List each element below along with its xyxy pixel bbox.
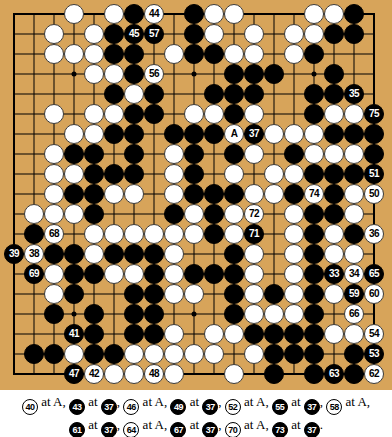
star-point: [72, 312, 77, 317]
black-stone: 59: [344, 284, 364, 304]
go-board: 444557563575A375174507268713639386933346…: [0, 0, 392, 390]
white-stone: [164, 44, 184, 64]
caption-text: .: [320, 417, 323, 432]
black-stone: [304, 344, 324, 364]
caption-text: at: [38, 394, 53, 409]
white-stone: [124, 344, 144, 364]
black-stone: [104, 164, 124, 184]
white-stone: [204, 344, 224, 364]
move-number-label: 69: [29, 269, 39, 279]
black-stone: [64, 244, 84, 264]
move-number-label: 39: [9, 249, 19, 259]
white-stone: [104, 4, 124, 24]
white-stone: [84, 224, 104, 244]
black-stone: [84, 324, 104, 344]
white-stone: [304, 144, 324, 164]
black-stone: [344, 164, 364, 184]
black-stone: [224, 284, 244, 304]
white-stone: [164, 264, 184, 284]
black-stone: [344, 124, 364, 144]
move-number-label: 65: [369, 269, 379, 279]
black-stone: 45: [124, 24, 144, 44]
move-number-label: 34: [349, 269, 359, 279]
black-stone: [204, 124, 224, 144]
black-stone: [84, 184, 104, 204]
move-number-label: 51: [369, 169, 379, 179]
black-stone: [204, 44, 224, 64]
black-stone: [104, 344, 124, 364]
caption-stone-icon: 61: [69, 422, 85, 437]
white-stone: [264, 304, 284, 324]
white-stone: [104, 224, 124, 244]
black-stone: [124, 4, 144, 24]
move-number-label: A: [231, 129, 238, 139]
white-stone: [184, 344, 204, 364]
white-stone: [244, 184, 264, 204]
black-stone: [104, 44, 124, 64]
black-stone: [304, 104, 324, 124]
black-stone: [104, 84, 124, 104]
white-stone: [104, 104, 124, 124]
black-stone: [264, 344, 284, 364]
white-stone: [344, 324, 364, 344]
move-number-label: 59: [349, 289, 359, 299]
black-stone: [44, 244, 64, 264]
black-stone: [84, 164, 104, 184]
caption-stone-icon: 64: [123, 422, 139, 437]
caption-text: ,: [367, 394, 370, 409]
move-number-label: 72: [249, 209, 259, 219]
black-stone: [24, 224, 44, 244]
star-point: [192, 72, 197, 77]
black-stone: [304, 164, 324, 184]
white-stone: [284, 164, 304, 184]
white-stone: [164, 144, 184, 164]
black-stone: [144, 84, 164, 104]
white-stone: 60: [364, 284, 384, 304]
white-stone: [324, 224, 344, 244]
white-stone: [224, 224, 244, 244]
white-stone: [164, 164, 184, 184]
white-stone: [284, 124, 304, 144]
white-stone: [304, 4, 324, 24]
black-stone: [324, 184, 344, 204]
white-stone: [44, 104, 64, 124]
black-stone: [344, 4, 364, 24]
move-number-label: 60: [369, 289, 379, 299]
go-diagram: 444557563575A375174507268713639386933346…: [0, 0, 392, 437]
black-stone: [224, 184, 244, 204]
black-stone: [144, 104, 164, 124]
black-stone: 65: [364, 264, 384, 284]
white-stone: [44, 284, 64, 304]
black-stone: [264, 324, 284, 344]
white-stone: [184, 204, 204, 224]
black-stone: 53: [364, 344, 384, 364]
caption-text: ,: [218, 417, 225, 432]
move-number-label: 44: [149, 9, 159, 19]
move-number-label: 41: [69, 329, 79, 339]
black-stone: [184, 124, 204, 144]
black-stone: [164, 204, 184, 224]
black-stone: [104, 24, 124, 44]
caption-text: at: [241, 394, 256, 409]
caption-text: ,: [218, 394, 225, 409]
white-stone: [224, 364, 244, 384]
black-stone: [124, 104, 144, 124]
white-stone: [284, 284, 304, 304]
white-stone: [124, 224, 144, 244]
white-stone: [284, 304, 304, 324]
move-number-label: 68: [49, 229, 59, 239]
move-number-label: 53: [369, 349, 379, 359]
black-stone: [124, 324, 144, 344]
white-stone: [284, 204, 304, 224]
white-stone: [124, 184, 144, 204]
black-stone: [304, 284, 324, 304]
white-stone: A: [224, 124, 244, 144]
white-stone: [84, 24, 104, 44]
black-stone: [204, 224, 224, 244]
caption-text: at: [288, 417, 304, 432]
caption-stone-icon: 37: [202, 422, 218, 437]
black-stone: [304, 204, 324, 224]
white-stone: [244, 144, 264, 164]
black-stone: [184, 44, 204, 64]
black-stone: [224, 104, 244, 124]
white-stone: [224, 204, 244, 224]
caption-stone-icon: 73: [272, 422, 288, 437]
caption-text: at: [85, 394, 101, 409]
caption-stone-icon: 70: [225, 422, 241, 437]
black-stone: [364, 124, 384, 144]
caption-line-2: 61 at 37, 64 at A, 67 at 37, 70 at A, 73…: [0, 413, 392, 436]
black-stone: [224, 64, 244, 84]
black-stone: [324, 64, 344, 84]
black-stone: [304, 364, 324, 384]
white-stone: [264, 164, 284, 184]
caption-text: at: [85, 417, 101, 432]
black-stone: [204, 264, 224, 284]
caption-text: at: [186, 394, 202, 409]
white-stone: [124, 84, 144, 104]
black-stone: [184, 264, 204, 284]
white-stone: [164, 324, 184, 344]
black-stone: [184, 184, 204, 204]
white-stone: 38: [24, 244, 44, 264]
caption-stone-icon: 37: [101, 422, 117, 437]
white-stone: 36: [364, 224, 384, 244]
black-stone: [244, 84, 264, 104]
caption-text: at: [342, 394, 357, 409]
white-stone: 72: [244, 204, 264, 224]
white-stone: [44, 164, 64, 184]
white-stone: [244, 304, 264, 324]
black-stone: [324, 124, 344, 144]
white-stone: [344, 244, 364, 264]
black-stone: [84, 304, 104, 324]
white-stone: [164, 344, 184, 364]
black-stone: [264, 284, 284, 304]
black-stone: 37: [244, 124, 264, 144]
move-number-label: 38: [29, 249, 39, 259]
move-number-label: 35: [349, 89, 359, 99]
move-number-label: 33: [329, 269, 339, 279]
caption-text: at: [139, 417, 154, 432]
black-stone: [64, 284, 84, 304]
caption-target-letter: A: [155, 417, 164, 432]
white-stone: [284, 24, 304, 44]
black-stone: [64, 144, 84, 164]
white-stone: [344, 104, 364, 124]
black-stone: [144, 324, 164, 344]
black-stone: [284, 144, 304, 164]
black-stone: [184, 24, 204, 44]
white-stone: [284, 244, 304, 264]
white-stone: [224, 164, 244, 184]
white-stone: [84, 124, 104, 144]
move-caption: 40 at A, 43 at 37, 46 at A, 49 at 37, 52…: [0, 390, 392, 437]
black-stone: [104, 124, 124, 144]
black-stone: [324, 204, 344, 224]
black-stone: [124, 244, 144, 264]
black-stone: [204, 184, 224, 204]
black-stone: 69: [24, 264, 44, 284]
black-stone: 57: [144, 24, 164, 44]
white-stone: [104, 184, 124, 204]
move-number-label: 42: [89, 369, 99, 379]
black-stone: [364, 144, 384, 164]
caption-text: ,: [265, 417, 272, 432]
caption-text: ,: [62, 394, 69, 409]
move-number-label: 56: [149, 69, 159, 79]
white-stone: [244, 264, 264, 284]
black-stone: 39: [4, 244, 24, 264]
black-stone: [144, 304, 164, 324]
move-number-label: 48: [149, 369, 159, 379]
move-number-label: 66: [349, 309, 359, 319]
white-stone: [224, 44, 244, 64]
black-stone: [344, 344, 364, 364]
white-stone: 34: [344, 264, 364, 284]
caption-text: ,: [265, 394, 272, 409]
white-stone: [184, 104, 204, 124]
black-stone: [144, 244, 164, 264]
black-stone: 75: [364, 104, 384, 124]
white-stone: [144, 344, 164, 364]
black-stone: [144, 264, 164, 284]
white-stone: [284, 224, 304, 244]
move-number-label: 47: [69, 369, 79, 379]
black-stone: [244, 64, 264, 84]
white-stone: 50: [364, 184, 384, 204]
white-stone: [304, 124, 324, 144]
white-stone: [124, 264, 144, 284]
black-stone: [304, 224, 324, 244]
black-stone: [204, 204, 224, 224]
black-stone: [124, 164, 144, 184]
white-stone: [204, 104, 224, 124]
white-stone: [324, 324, 344, 344]
black-stone: [64, 264, 84, 284]
black-stone: [184, 144, 204, 164]
black-stone: [184, 164, 204, 184]
black-stone: [124, 44, 144, 64]
caption-target-letter: A: [357, 394, 366, 409]
white-stone: [144, 224, 164, 244]
black-stone: [344, 224, 364, 244]
white-stone: [164, 244, 184, 264]
white-stone: 44: [144, 4, 164, 24]
black-stone: [84, 144, 104, 164]
black-stone: [164, 124, 184, 144]
white-stone: [344, 204, 364, 224]
caption-text: at: [186, 417, 202, 432]
white-stone: [164, 224, 184, 244]
black-stone: [124, 64, 144, 84]
star-point: [192, 312, 197, 317]
black-stone: [144, 284, 164, 304]
black-stone: [124, 304, 144, 324]
white-stone: [204, 324, 224, 344]
caption-stone-icon: 40: [22, 399, 38, 415]
white-stone: [224, 324, 244, 344]
black-stone: [344, 364, 364, 384]
black-stone: [224, 84, 244, 104]
caption-text: at: [288, 394, 304, 409]
black-stone: [224, 264, 244, 284]
black-stone: 47: [64, 364, 84, 384]
black-stone: [84, 344, 104, 364]
caption-text: at: [241, 417, 256, 432]
black-stone: [24, 344, 44, 364]
white-stone: [104, 364, 124, 384]
star-point: [72, 72, 77, 77]
move-number-label: 36: [369, 229, 379, 239]
move-number-label: 63: [329, 369, 339, 379]
white-stone: [44, 144, 64, 164]
black-stone: [264, 364, 284, 384]
black-stone: [284, 324, 304, 344]
move-number-label: 54: [369, 329, 379, 339]
white-stone: [304, 24, 324, 44]
black-stone: [284, 184, 304, 204]
white-stone: [244, 244, 264, 264]
white-stone: 68: [44, 224, 64, 244]
black-stone: 51: [364, 164, 384, 184]
white-stone: [64, 44, 84, 64]
move-number-label: 75: [369, 109, 379, 119]
black-stone: [204, 84, 224, 104]
black-stone: [244, 324, 264, 344]
caption-stone-icon: 58: [326, 399, 342, 415]
white-stone: [324, 4, 344, 24]
move-number-label: 71: [249, 229, 259, 239]
black-stone: [84, 264, 104, 284]
caption-target-letter: A: [256, 394, 265, 409]
white-stone: 62: [364, 364, 384, 384]
white-stone: [184, 224, 204, 244]
black-stone: 33: [324, 264, 344, 284]
white-stone: [64, 164, 84, 184]
white-stone: [64, 4, 84, 24]
white-stone: 48: [144, 364, 164, 384]
white-stone: 74: [304, 184, 324, 204]
white-stone: [284, 264, 304, 284]
white-stone: [164, 184, 184, 204]
white-stone: [244, 44, 264, 64]
black-stone: [344, 24, 364, 44]
white-stone: [244, 24, 264, 44]
caption-target-letter: A: [155, 394, 164, 409]
black-stone: [44, 304, 64, 324]
black-stone: [264, 64, 284, 84]
move-number-label: 57: [149, 29, 159, 39]
white-stone: [344, 184, 364, 204]
move-number-label: 62: [369, 369, 379, 379]
move-number-label: 45: [129, 29, 139, 39]
black-stone: [324, 84, 344, 104]
white-stone: [44, 184, 64, 204]
black-stone: [304, 44, 324, 64]
black-stone: [184, 4, 204, 24]
white-stone: [324, 284, 344, 304]
black-stone: [224, 244, 244, 264]
black-stone: [324, 24, 344, 44]
white-stone: 54: [364, 324, 384, 344]
black-stone: 63: [324, 364, 344, 384]
white-stone: [44, 204, 64, 224]
white-stone: [284, 44, 304, 64]
black-stone: [224, 144, 244, 164]
white-stone: [104, 264, 124, 284]
black-stone: [104, 244, 124, 264]
white-stone: [64, 124, 84, 144]
black-stone: [304, 304, 324, 324]
caption-line-1: 40 at A, 43 at 37, 46 at A, 49 at 37, 52…: [0, 390, 392, 413]
white-stone: 56: [144, 64, 164, 84]
move-number-label: 37: [249, 129, 259, 139]
white-stone: [184, 284, 204, 304]
white-stone: [224, 4, 244, 24]
black-stone: [284, 344, 304, 364]
caption-stone-icon: 67: [170, 422, 186, 437]
black-stone: [304, 244, 324, 264]
black-stone: 35: [344, 84, 364, 104]
caption-stone-icon: 37: [304, 422, 320, 437]
white-stone: [84, 104, 104, 124]
white-stone: [264, 124, 284, 144]
white-stone: 66: [344, 304, 364, 324]
white-stone: 42: [84, 364, 104, 384]
white-stone: [244, 104, 264, 124]
white-stone: [344, 144, 364, 164]
white-stone: [84, 64, 104, 84]
white-stone: [44, 264, 64, 284]
black-stone: [324, 164, 344, 184]
white-stone: [244, 344, 264, 364]
black-stone: 71: [244, 224, 264, 244]
move-number-label: 74: [309, 189, 319, 199]
white-stone: [164, 284, 184, 304]
white-stone: [64, 204, 84, 224]
black-stone: [84, 204, 104, 224]
white-stone: [84, 244, 104, 264]
white-stone: [164, 364, 184, 384]
black-stone: [304, 264, 324, 284]
white-stone: [244, 284, 264, 304]
black-stone: [304, 324, 324, 344]
